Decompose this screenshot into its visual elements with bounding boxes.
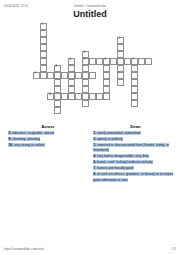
empty-space xyxy=(33,100,40,107)
empty-space xyxy=(96,79,103,86)
grid-cell-r6c10[interactable] xyxy=(103,65,110,72)
crossword-grid: 12345678910 xyxy=(33,23,152,114)
clue-number-7: 7 xyxy=(132,59,133,62)
empty-space xyxy=(124,107,131,114)
empty-space xyxy=(124,23,131,30)
clue-number-8: 8 xyxy=(55,66,56,69)
grid-cell-r6c3[interactable]: 8 xyxy=(54,65,61,72)
grid-cell-r6c14[interactable] xyxy=(131,65,138,72)
empty-space xyxy=(75,44,82,51)
down-clue-3: 3. removed or disassociated from (friend… xyxy=(93,143,178,154)
empty-space xyxy=(61,107,68,114)
grid-cell-r3c12[interactable] xyxy=(117,44,124,51)
empty-space xyxy=(131,51,138,58)
empty-space xyxy=(82,37,89,44)
empty-space xyxy=(117,107,124,114)
empty-space xyxy=(145,93,152,100)
empty-space xyxy=(33,51,40,58)
empty-space xyxy=(103,44,110,51)
empty-space xyxy=(89,65,96,72)
empty-space xyxy=(124,86,131,93)
grid-cell-r5c14[interactable]: 7 xyxy=(131,58,138,65)
across-clue-text-10: 10. very strong or violent xyxy=(8,143,45,147)
empty-space xyxy=(75,23,82,30)
empty-space xyxy=(61,86,68,93)
empty-space xyxy=(131,37,138,44)
empty-space xyxy=(33,44,40,51)
grid-cell-r7c4[interactable] xyxy=(61,72,68,79)
clue-number-1: 1 xyxy=(41,24,42,27)
empty-space xyxy=(61,65,68,72)
empty-space xyxy=(40,86,47,93)
grid-cell-r5c16[interactable] xyxy=(145,58,152,65)
empty-space xyxy=(82,30,89,37)
down-clue-text-1: 1. utterly astounded; astonished xyxy=(93,131,141,135)
empty-space xyxy=(96,51,103,58)
empty-space xyxy=(47,44,54,51)
empty-space xyxy=(82,107,89,114)
down-clue-6: 6. brutal; cruel; lacking kindness and p… xyxy=(93,160,178,166)
grid-cell-r9c10[interactable] xyxy=(103,86,110,93)
empty-space xyxy=(110,72,117,79)
empty-space xyxy=(33,107,40,114)
across-clue-9: 9. charming, pleasing xyxy=(8,137,88,143)
empty-space xyxy=(68,23,75,30)
empty-space xyxy=(110,23,117,30)
empty-space xyxy=(75,100,82,107)
grid-cell-r8c5[interactable] xyxy=(68,79,75,86)
empty-space xyxy=(47,37,54,44)
empty-space xyxy=(138,93,145,100)
empty-space xyxy=(54,23,61,30)
grid-cell-r7c14[interactable] xyxy=(131,72,138,79)
empty-space xyxy=(61,58,68,65)
grid-cell-r10c6[interactable] xyxy=(75,93,82,100)
empty-space xyxy=(89,23,96,30)
grid-cell-r2c12[interactable]: 2 xyxy=(117,37,124,44)
clue-number-9: 9 xyxy=(34,73,35,76)
empty-space xyxy=(110,44,117,51)
empty-space xyxy=(145,30,152,37)
grid-cell-r8c3[interactable] xyxy=(54,79,61,86)
empty-space xyxy=(47,100,54,107)
empty-space xyxy=(68,44,75,51)
empty-space xyxy=(110,65,117,72)
grid-cell-r5c1[interactable] xyxy=(40,58,47,65)
empty-space xyxy=(33,30,40,37)
down-clue-text-8: 8. of such excellence, grandeur, or beau… xyxy=(93,172,173,182)
empty-space xyxy=(124,72,131,79)
empty-space xyxy=(47,23,54,30)
empty-space xyxy=(138,37,145,44)
empty-space xyxy=(47,86,54,93)
print-header-doc-title: Untitled - Crossword Labs xyxy=(0,4,180,8)
grid-cell-r0c1[interactable]: 1 xyxy=(40,23,47,30)
empty-space xyxy=(145,107,152,114)
empty-space xyxy=(124,100,131,107)
empty-space xyxy=(33,37,40,44)
empty-space xyxy=(96,100,103,107)
clue-number-4: 4 xyxy=(69,59,70,62)
empty-space xyxy=(96,107,103,114)
empty-space xyxy=(89,37,96,44)
empty-space xyxy=(96,37,103,44)
print-preview-page: 26/04/2024, 22:07 Untitled - Crossword L… xyxy=(0,0,180,255)
down-clue-8: 8. of such excellence, grandeur, or beau… xyxy=(93,172,178,183)
empty-space xyxy=(124,37,131,44)
grid-cell-r10c3[interactable] xyxy=(54,93,61,100)
empty-space xyxy=(124,93,131,100)
empty-space xyxy=(40,93,47,100)
empty-space xyxy=(33,86,40,93)
empty-space xyxy=(61,51,68,58)
empty-space xyxy=(145,23,152,30)
empty-space xyxy=(54,37,61,44)
empty-space xyxy=(138,86,145,93)
empty-space xyxy=(61,37,68,44)
empty-space xyxy=(124,30,131,37)
down-clue-7: 7. honest and morally good xyxy=(93,166,178,172)
grid-cell-r8c14[interactable] xyxy=(131,79,138,86)
empty-space xyxy=(61,44,68,51)
empty-space xyxy=(75,37,82,44)
empty-space xyxy=(47,65,54,72)
grid-cell-r10c9[interactable] xyxy=(96,93,103,100)
empty-space xyxy=(131,23,138,30)
grid-cell-r9c7[interactable] xyxy=(82,86,89,93)
empty-space xyxy=(103,51,110,58)
grid-cell-r7c0[interactable]: 9 xyxy=(33,72,40,79)
empty-space xyxy=(138,79,145,86)
grid-cell-r9c3[interactable] xyxy=(54,86,61,93)
down-clue-text-4: 4. very bad or disagreeable; very dirty xyxy=(93,154,149,158)
grid-cell-r6c7[interactable] xyxy=(82,65,89,72)
grid-cell-r9c14[interactable] xyxy=(131,86,138,93)
empty-space xyxy=(61,30,68,37)
empty-space xyxy=(89,100,96,107)
empty-space xyxy=(75,79,82,86)
grid-cell-r5c12[interactable] xyxy=(117,58,124,65)
grid-cell-r5c7[interactable]: 5 xyxy=(82,58,89,65)
down-clue-text-6: 6. brutal; cruel; lacking kindness and p… xyxy=(93,160,153,164)
clue-number-3: 3 xyxy=(83,52,84,55)
grid-cell-r7c2[interactable] xyxy=(47,72,54,79)
grid-cell-r8c12[interactable] xyxy=(117,79,124,86)
grid-cell-r4c1[interactable] xyxy=(40,51,47,58)
grid-cell-r6c1[interactable] xyxy=(40,65,47,72)
empty-space xyxy=(110,30,117,37)
empty-space xyxy=(47,79,54,86)
empty-space xyxy=(103,107,110,114)
empty-space xyxy=(82,23,89,30)
empty-space xyxy=(61,23,68,30)
empty-space xyxy=(33,65,40,72)
empty-space xyxy=(33,93,40,100)
empty-space xyxy=(89,107,96,114)
empty-space xyxy=(68,37,75,44)
print-footer-url: https://crosswordlabs.com/view/... xyxy=(4,247,46,251)
across-clue-text-9: 9. charming, pleasing xyxy=(8,137,40,141)
print-footer-page-number: 1/1 xyxy=(172,247,176,251)
empty-space xyxy=(75,107,82,114)
clue-number-10: 10 xyxy=(48,94,51,97)
down-clue-text-3: 3. removed or disassociated from (friend… xyxy=(93,143,169,153)
grid-cell-r11c14[interactable] xyxy=(131,100,138,107)
empty-space xyxy=(145,37,152,44)
empty-space xyxy=(54,51,61,58)
empty-space xyxy=(117,93,124,100)
empty-space xyxy=(131,107,138,114)
grid-cell-r5c8[interactable] xyxy=(89,58,96,65)
empty-space xyxy=(103,23,110,30)
empty-space xyxy=(40,79,47,86)
grid-cell-r7c3[interactable] xyxy=(54,72,61,79)
empty-space xyxy=(138,100,145,107)
puzzle-title: Untitled xyxy=(0,9,180,19)
empty-space xyxy=(33,58,40,65)
grid-cell-r10c5[interactable] xyxy=(68,93,75,100)
empty-space xyxy=(145,44,152,51)
empty-space xyxy=(103,100,110,107)
empty-space xyxy=(75,51,82,58)
empty-space xyxy=(89,51,96,58)
down-heading: Down xyxy=(93,125,178,129)
empty-space xyxy=(110,51,117,58)
grid-cell-r7c7[interactable] xyxy=(82,72,89,79)
grid-cell-r11c3[interactable] xyxy=(54,100,61,107)
empty-space xyxy=(75,86,82,93)
empty-space xyxy=(61,79,68,86)
empty-space xyxy=(145,86,152,93)
empty-space xyxy=(75,65,82,72)
empty-space xyxy=(68,100,75,107)
across-clue-list: 5. ridiculous; laughable; absurd9. charm… xyxy=(8,131,88,149)
grid-cell-r3c1[interactable] xyxy=(40,44,47,51)
across-heading: Across xyxy=(8,125,88,129)
empty-space xyxy=(96,65,103,72)
empty-space xyxy=(68,107,75,114)
empty-space xyxy=(89,44,96,51)
clue-number-5: 5 xyxy=(83,59,84,62)
grid-cell-r7c6[interactable] xyxy=(75,72,82,79)
grid-cell-r8c7[interactable] xyxy=(82,79,89,86)
down-clue-2: 2. openly or publicly xyxy=(93,137,178,143)
clue-number-2: 2 xyxy=(118,38,119,41)
empty-space xyxy=(89,79,96,86)
empty-space xyxy=(145,79,152,86)
across-clue-5: 5. ridiculous; laughable; absurd xyxy=(8,131,88,137)
empty-space xyxy=(110,107,117,114)
grid-cell-r5c10[interactable]: 6 xyxy=(103,58,110,65)
grid-cell-r10c10[interactable] xyxy=(103,93,110,100)
empty-space xyxy=(145,65,152,72)
grid-cell-r11c7[interactable] xyxy=(82,100,89,107)
grid-cell-r7c8[interactable] xyxy=(89,72,96,79)
empty-space xyxy=(96,72,103,79)
down-clue-4: 4. very bad or disagreeable; very dirty xyxy=(93,154,178,160)
empty-space xyxy=(117,30,124,37)
clue-number-6: 6 xyxy=(104,59,105,62)
grid-cell-r5c13[interactable] xyxy=(124,58,131,65)
empty-space xyxy=(40,107,47,114)
grid-cell-r2c1[interactable] xyxy=(40,37,47,44)
empty-space xyxy=(131,44,138,51)
empty-space xyxy=(47,30,54,37)
empty-space xyxy=(131,30,138,37)
grid-cell-r4c7[interactable]: 3 xyxy=(82,51,89,58)
across-clue-text-5: 5. ridiculous; laughable; absurd xyxy=(8,131,54,135)
empty-space xyxy=(103,37,110,44)
down-clue-text-7: 7. honest and morally good xyxy=(93,166,134,170)
empty-space xyxy=(117,100,124,107)
empty-space xyxy=(68,51,75,58)
empty-space xyxy=(33,79,40,86)
empty-space xyxy=(117,23,124,30)
empty-space xyxy=(54,30,61,37)
grid-cell-r5c9[interactable] xyxy=(96,58,103,65)
grid-cell-r5c11[interactable] xyxy=(110,58,117,65)
empty-space xyxy=(110,86,117,93)
grid-cell-r7c10[interactable] xyxy=(103,72,110,79)
empty-space xyxy=(138,107,145,114)
grid-cell-r5c15[interactable] xyxy=(138,58,145,65)
grid-cell-r10c8[interactable] xyxy=(89,93,96,100)
empty-space xyxy=(47,58,54,65)
empty-space xyxy=(145,72,152,79)
across-clue-10: 10. very strong or violent xyxy=(8,143,88,149)
down-clue-list: 1. utterly astounded; astonished2. openl… xyxy=(93,131,178,184)
empty-space xyxy=(54,58,61,65)
down-clues-section: Down 1. utterly astounded; astonished2. … xyxy=(93,125,178,184)
across-clues-section: Across 5. ridiculous; laughable; absurd9… xyxy=(8,125,88,149)
empty-space xyxy=(138,51,145,58)
grid-cell-r6c5[interactable] xyxy=(68,65,75,72)
empty-space xyxy=(117,86,124,93)
down-clue-text-2: 2. openly or publicly xyxy=(93,137,123,141)
grid-cell-r5c5[interactable]: 4 xyxy=(68,58,75,65)
grid-cell-r7c1[interactable] xyxy=(40,72,47,79)
down-clue-1: 1. utterly astounded; astonished xyxy=(93,131,178,137)
empty-space xyxy=(110,100,117,107)
empty-space xyxy=(96,23,103,30)
empty-space xyxy=(138,44,145,51)
empty-space xyxy=(110,93,117,100)
empty-space xyxy=(75,30,82,37)
empty-space xyxy=(145,100,152,107)
empty-space xyxy=(54,44,61,51)
empty-space xyxy=(96,86,103,93)
grid-cell-r12c3[interactable] xyxy=(54,107,61,114)
grid-cell-r6c12[interactable] xyxy=(117,65,124,72)
grid-cell-r4c12[interactable] xyxy=(117,51,124,58)
empty-space xyxy=(145,51,152,58)
grid-cell-r9c5[interactable] xyxy=(68,86,75,93)
empty-space xyxy=(124,65,131,72)
empty-space xyxy=(61,100,68,107)
grid-cell-r1c1[interactable] xyxy=(40,30,47,37)
empty-space xyxy=(96,44,103,51)
empty-space xyxy=(124,79,131,86)
grid-cell-r10c2[interactable]: 10 xyxy=(47,93,54,100)
empty-space xyxy=(138,30,145,37)
empty-space xyxy=(124,51,131,58)
empty-space xyxy=(89,30,96,37)
empty-space xyxy=(68,30,75,37)
empty-space xyxy=(47,51,54,58)
empty-space xyxy=(103,30,110,37)
grid-cell-r10c7[interactable] xyxy=(82,93,89,100)
empty-space xyxy=(124,44,131,51)
empty-space xyxy=(89,86,96,93)
empty-space xyxy=(33,23,40,30)
empty-space xyxy=(47,107,54,114)
empty-space xyxy=(110,37,117,44)
empty-space xyxy=(138,72,145,79)
grid-cell-r7c5[interactable] xyxy=(68,72,75,79)
empty-space xyxy=(138,65,145,72)
empty-space xyxy=(96,30,103,37)
grid-cell-r7c12[interactable] xyxy=(117,72,124,79)
empty-space xyxy=(75,58,82,65)
empty-space xyxy=(82,44,89,51)
empty-space xyxy=(138,23,145,30)
empty-space xyxy=(40,100,47,107)
grid-cell-r8c10[interactable] xyxy=(103,79,110,86)
grid-cell-r10c4[interactable] xyxy=(61,93,68,100)
grid-cell-r10c14[interactable] xyxy=(131,93,138,100)
empty-space xyxy=(110,79,117,86)
